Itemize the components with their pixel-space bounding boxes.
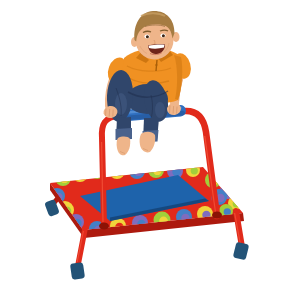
shirt-button <box>155 64 157 66</box>
scene-illustration <box>0 0 300 300</box>
boy-left-eye <box>146 35 149 38</box>
leg-foot-cap <box>70 262 85 280</box>
boy-right-eye <box>162 34 165 37</box>
product-photo <box>0 0 300 300</box>
post-clamp <box>212 212 222 219</box>
pad-circle-center <box>191 167 198 174</box>
pad-circle-center <box>224 208 231 215</box>
post-clamp <box>99 223 109 230</box>
